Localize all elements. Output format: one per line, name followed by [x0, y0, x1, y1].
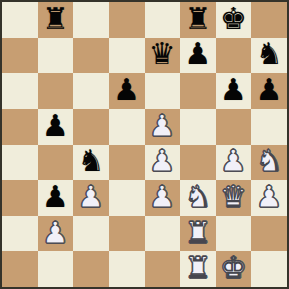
white-queen-piece[interactable]: ♛ — [220, 182, 247, 212]
square-e4[interactable]: ♟ — [145, 145, 181, 181]
square-e3[interactable]: ♟ — [145, 180, 181, 216]
square-b4[interactable] — [38, 145, 74, 181]
square-e1[interactable] — [145, 251, 181, 287]
square-h5[interactable] — [251, 109, 287, 145]
white-pawn-piece[interactable]: ♟ — [42, 218, 69, 248]
square-e6[interactable] — [145, 73, 181, 109]
square-a3[interactable] — [2, 180, 38, 216]
square-f7[interactable]: ♟ — [180, 38, 216, 74]
square-a6[interactable] — [2, 73, 38, 109]
square-g4[interactable]: ♟ — [216, 145, 252, 181]
white-rook-piece[interactable]: ♜ — [184, 253, 211, 283]
square-a7[interactable] — [2, 38, 38, 74]
square-g6[interactable]: ♟ — [216, 73, 252, 109]
white-pawn-piece[interactable]: ♟ — [149, 182, 176, 212]
square-d5[interactable] — [109, 109, 145, 145]
square-d7[interactable] — [109, 38, 145, 74]
black-pawn-piece[interactable]: ♟ — [256, 75, 283, 105]
square-g2[interactable] — [216, 216, 252, 252]
chess-board-container: ♜♜♚♛♟♞♟♟♟♟♟♞♟♟♞♟♟♟♞♛♟♟♜♜♚ — [0, 0, 289, 289]
black-pawn-piece[interactable]: ♟ — [220, 75, 247, 105]
square-b3[interactable]: ♟ — [38, 180, 74, 216]
square-d2[interactable] — [109, 216, 145, 252]
square-a8[interactable] — [2, 2, 38, 38]
black-knight-piece[interactable]: ♞ — [78, 146, 105, 176]
square-f4[interactable] — [180, 145, 216, 181]
black-pawn-piece[interactable]: ♟ — [184, 39, 211, 69]
chess-board: ♜♜♚♛♟♞♟♟♟♟♟♞♟♟♞♟♟♟♞♛♟♟♜♜♚ — [0, 0, 289, 289]
square-c2[interactable] — [73, 216, 109, 252]
square-d3[interactable] — [109, 180, 145, 216]
square-d8[interactable] — [109, 2, 145, 38]
square-d6[interactable]: ♟ — [109, 73, 145, 109]
square-g1[interactable]: ♚ — [216, 251, 252, 287]
black-pawn-piece[interactable]: ♟ — [42, 111, 69, 141]
square-h1[interactable] — [251, 251, 287, 287]
black-queen-piece[interactable]: ♛ — [149, 39, 176, 69]
square-c5[interactable] — [73, 109, 109, 145]
square-e2[interactable] — [145, 216, 181, 252]
square-h2[interactable] — [251, 216, 287, 252]
square-e8[interactable] — [145, 2, 181, 38]
square-a2[interactable] — [2, 216, 38, 252]
black-king-piece[interactable]: ♚ — [220, 4, 247, 34]
square-f2[interactable]: ♜ — [180, 216, 216, 252]
square-a5[interactable] — [2, 109, 38, 145]
white-pawn-piece[interactable]: ♟ — [78, 182, 105, 212]
square-f8[interactable]: ♜ — [180, 2, 216, 38]
square-g3[interactable]: ♛ — [216, 180, 252, 216]
black-knight-piece[interactable]: ♞ — [256, 39, 283, 69]
white-knight-piece[interactable]: ♞ — [184, 182, 211, 212]
square-c1[interactable] — [73, 251, 109, 287]
square-f1[interactable]: ♜ — [180, 251, 216, 287]
square-h8[interactable] — [251, 2, 287, 38]
square-b8[interactable]: ♜ — [38, 2, 74, 38]
white-king-piece[interactable]: ♚ — [220, 253, 247, 283]
square-b7[interactable] — [38, 38, 74, 74]
square-e7[interactable]: ♛ — [145, 38, 181, 74]
square-c3[interactable]: ♟ — [73, 180, 109, 216]
square-d4[interactable] — [109, 145, 145, 181]
square-a1[interactable] — [2, 251, 38, 287]
square-g8[interactable]: ♚ — [216, 2, 252, 38]
square-f6[interactable] — [180, 73, 216, 109]
square-e5[interactable]: ♟ — [145, 109, 181, 145]
white-pawn-piece[interactable]: ♟ — [220, 146, 247, 176]
black-rook-piece[interactable]: ♜ — [42, 4, 69, 34]
square-b6[interactable] — [38, 73, 74, 109]
square-g7[interactable] — [216, 38, 252, 74]
black-rook-piece[interactable]: ♜ — [184, 4, 211, 34]
white-pawn-piece[interactable]: ♟ — [256, 182, 283, 212]
square-f3[interactable]: ♞ — [180, 180, 216, 216]
square-b2[interactable]: ♟ — [38, 216, 74, 252]
black-pawn-piece[interactable]: ♟ — [113, 75, 140, 105]
square-g5[interactable] — [216, 109, 252, 145]
white-rook-piece[interactable]: ♜ — [184, 218, 211, 248]
square-a4[interactable] — [2, 145, 38, 181]
square-h3[interactable]: ♟ — [251, 180, 287, 216]
square-c7[interactable] — [73, 38, 109, 74]
square-c4[interactable]: ♞ — [73, 145, 109, 181]
square-h7[interactable]: ♞ — [251, 38, 287, 74]
square-h4[interactable]: ♞ — [251, 145, 287, 181]
square-d1[interactable] — [109, 251, 145, 287]
black-pawn-piece[interactable]: ♟ — [42, 182, 69, 212]
square-c8[interactable] — [73, 2, 109, 38]
square-c6[interactable] — [73, 73, 109, 109]
white-knight-piece[interactable]: ♞ — [256, 146, 283, 176]
white-pawn-piece[interactable]: ♟ — [149, 111, 176, 141]
white-pawn-piece[interactable]: ♟ — [149, 146, 176, 176]
square-b1[interactable] — [38, 251, 74, 287]
square-f5[interactable] — [180, 109, 216, 145]
square-b5[interactable]: ♟ — [38, 109, 74, 145]
square-h6[interactable]: ♟ — [251, 73, 287, 109]
